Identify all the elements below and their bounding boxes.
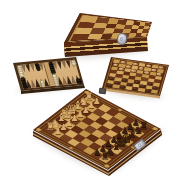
chess-edge-motif: [61, 109, 65, 111]
product-photo: ♜♞♝♛♚♝♞♜♟♟♟♟♟♟♟♟♟♟♟♟♟♟♟♟♜♞♝♛♚♝♞♜: [0, 0, 180, 180]
backgammon-board: [13, 57, 84, 91]
chess-edge-motif: [118, 109, 122, 111]
checkers-clasp: [99, 88, 107, 95]
checkers-square: [151, 89, 158, 93]
backgammon-stone: [76, 78, 82, 82]
backgammon-stone: [36, 67, 42, 71]
backgammon-field: [16, 59, 81, 88]
backgammon-stone: [39, 79, 45, 83]
backgammon-stone: [71, 61, 77, 65]
chess-board: [33, 89, 161, 170]
chess-edge-motif: [69, 147, 73, 149]
